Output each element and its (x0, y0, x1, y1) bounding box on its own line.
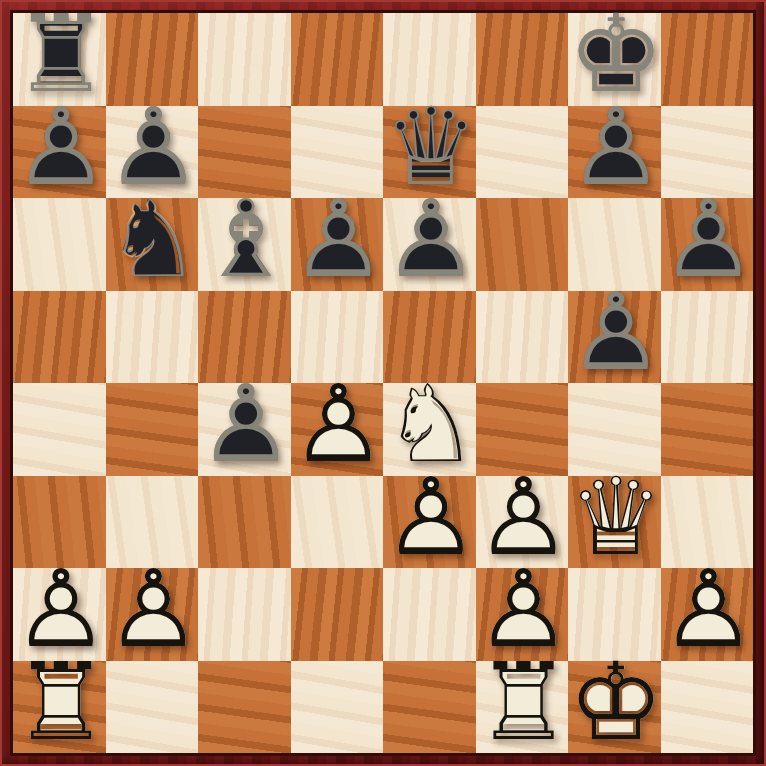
square-c5[interactable] (198, 291, 291, 384)
square-c7[interactable] (198, 106, 291, 199)
square-d1[interactable] (291, 661, 384, 754)
piece-glyph-outline: ♙ (476, 464, 569, 571)
square-e6[interactable]: ♟♙ (383, 198, 476, 291)
piece-glyph-outline: ♙ (198, 371, 291, 478)
square-b6[interactable]: ♞♘ (106, 198, 199, 291)
square-b7[interactable]: ♟♙ (106, 106, 199, 199)
piece-glyph-fill: ♟ (291, 186, 384, 293)
square-f7[interactable] (476, 106, 569, 199)
square-g4[interactable] (568, 383, 661, 476)
piece-glyph-outline: ♖ (13, 1, 106, 108)
piece-glyph-fill: ♞ (383, 371, 476, 478)
chess-board: ♜♖♚♔♟♙♟♙♛♕♟♙♞♘♝♗♟♙♟♙♟♙♟♙♟♙♟♙♞♘♟♙♟♙♛♕♟♙♟♙… (13, 13, 753, 753)
piece-glyph-outline: ♙ (13, 94, 106, 201)
square-e8[interactable] (383, 13, 476, 106)
piece-white-pawn[interactable]: ♟♙ (476, 568, 569, 661)
square-f4[interactable] (476, 383, 569, 476)
square-g1[interactable]: ♚♔ (568, 661, 661, 754)
piece-glyph-outline: ♙ (661, 556, 754, 663)
square-c4[interactable]: ♟♙ (198, 383, 291, 476)
square-f8[interactable] (476, 13, 569, 106)
square-a8[interactable]: ♜♖ (13, 13, 106, 106)
square-f5[interactable] (476, 291, 569, 384)
square-c8[interactable] (198, 13, 291, 106)
square-d5[interactable] (291, 291, 384, 384)
piece-white-queen[interactable]: ♛♕ (568, 476, 661, 569)
piece-glyph-fill: ♟ (106, 556, 199, 663)
piece-glyph-outline: ♔ (568, 649, 661, 756)
piece-glyph-outline: ♙ (106, 556, 199, 663)
piece-glyph-outline: ♙ (661, 186, 754, 293)
square-d7[interactable] (291, 106, 384, 199)
piece-glyph-fill: ♟ (383, 186, 476, 293)
piece-glyph-fill: ♜ (13, 649, 106, 756)
piece-glyph-fill: ♞ (106, 186, 199, 293)
square-e7[interactable]: ♛♕ (383, 106, 476, 199)
piece-glyph-fill: ♟ (661, 186, 754, 293)
piece-black-pawn[interactable]: ♟♙ (383, 198, 476, 291)
square-h7[interactable] (661, 106, 754, 199)
square-g6[interactable] (568, 198, 661, 291)
piece-black-pawn[interactable]: ♟♙ (568, 106, 661, 199)
piece-glyph-fill: ♜ (476, 649, 569, 756)
square-g8[interactable]: ♚♔ (568, 13, 661, 106)
piece-glyph-outline: ♙ (568, 94, 661, 201)
piece-black-pawn[interactable]: ♟♙ (106, 106, 199, 199)
square-a5[interactable] (13, 291, 106, 384)
piece-glyph-fill: ♛ (383, 94, 476, 201)
piece-glyph-outline: ♙ (383, 464, 476, 571)
piece-black-knight[interactable]: ♞♘ (106, 198, 199, 291)
square-f3[interactable]: ♟♙ (476, 476, 569, 569)
piece-black-pawn[interactable]: ♟♙ (198, 383, 291, 476)
piece-glyph-outline: ♕ (568, 464, 661, 571)
square-a4[interactable] (13, 383, 106, 476)
square-a1[interactable]: ♜♖ (13, 661, 106, 754)
piece-glyph-fill: ♟ (476, 464, 569, 571)
piece-glyph-outline: ♙ (13, 556, 106, 663)
square-e2[interactable] (383, 568, 476, 661)
piece-glyph-fill: ♟ (13, 556, 106, 663)
piece-glyph-fill: ♜ (13, 1, 106, 108)
piece-black-pawn[interactable]: ♟♙ (661, 198, 754, 291)
square-b1[interactable] (106, 661, 199, 754)
square-d2[interactable] (291, 568, 384, 661)
piece-glyph-outline: ♙ (476, 556, 569, 663)
piece-black-pawn[interactable]: ♟♙ (568, 291, 661, 384)
piece-glyph-fill: ♟ (661, 556, 754, 663)
piece-black-king[interactable]: ♚♔ (568, 13, 661, 106)
square-h1[interactable] (661, 661, 754, 754)
piece-white-pawn[interactable]: ♟♙ (13, 568, 106, 661)
square-b8[interactable] (106, 13, 199, 106)
square-e5[interactable] (383, 291, 476, 384)
piece-white-rook[interactable]: ♜♖ (13, 661, 106, 754)
square-h4[interactable] (661, 383, 754, 476)
piece-glyph-outline: ♙ (106, 94, 199, 201)
piece-white-pawn[interactable]: ♟♙ (476, 476, 569, 569)
piece-glyph-outline: ♘ (106, 186, 199, 293)
piece-glyph-fill: ♟ (13, 94, 106, 201)
piece-white-pawn[interactable]: ♟♙ (661, 568, 754, 661)
piece-glyph-fill: ♚ (568, 649, 661, 756)
square-h2[interactable]: ♟♙ (661, 568, 754, 661)
square-a7[interactable]: ♟♙ (13, 106, 106, 199)
piece-black-pawn[interactable]: ♟♙ (291, 198, 384, 291)
square-h6[interactable]: ♟♙ (661, 198, 754, 291)
piece-black-pawn[interactable]: ♟♙ (13, 106, 106, 199)
piece-glyph-fill: ♝ (198, 186, 291, 293)
piece-glyph-outline: ♖ (476, 649, 569, 756)
piece-white-pawn[interactable]: ♟♙ (106, 568, 199, 661)
piece-glyph-fill: ♟ (198, 371, 291, 478)
piece-white-pawn[interactable]: ♟♙ (291, 383, 384, 476)
piece-white-knight[interactable]: ♞♘ (383, 383, 476, 476)
square-d4[interactable]: ♟♙ (291, 383, 384, 476)
square-g5[interactable]: ♟♙ (568, 291, 661, 384)
square-g2[interactable] (568, 568, 661, 661)
piece-glyph-fill: ♟ (383, 464, 476, 571)
piece-glyph-fill: ♟ (106, 94, 199, 201)
piece-glyph-fill: ♟ (568, 94, 661, 201)
piece-glyph-outline: ♙ (291, 186, 384, 293)
square-a6[interactable] (13, 198, 106, 291)
square-h3[interactable] (661, 476, 754, 569)
square-h8[interactable] (661, 13, 754, 106)
square-b2[interactable]: ♟♙ (106, 568, 199, 661)
piece-glyph-fill: ♟ (476, 556, 569, 663)
square-f2[interactable]: ♟♙ (476, 568, 569, 661)
piece-glyph-outline: ♙ (383, 186, 476, 293)
piece-black-queen[interactable]: ♛♕ (383, 106, 476, 199)
square-c1[interactable] (198, 661, 291, 754)
square-e4[interactable]: ♞♘ (383, 383, 476, 476)
piece-glyph-fill: ♚ (568, 1, 661, 108)
square-c3[interactable] (198, 476, 291, 569)
piece-white-pawn[interactable]: ♟♙ (383, 476, 476, 569)
piece-glyph-fill: ♛ (568, 464, 661, 571)
piece-black-bishop[interactable]: ♝♗ (198, 198, 291, 291)
square-d6[interactable]: ♟♙ (291, 198, 384, 291)
piece-glyph-outline: ♙ (291, 371, 384, 478)
square-h5[interactable] (661, 291, 754, 384)
square-f1[interactable]: ♜♖ (476, 661, 569, 754)
square-d8[interactable] (291, 13, 384, 106)
piece-glyph-outline: ♘ (383, 371, 476, 478)
square-c6[interactable]: ♝♗ (198, 198, 291, 291)
square-a3[interactable] (13, 476, 106, 569)
piece-glyph-outline: ♖ (13, 649, 106, 756)
piece-glyph-outline: ♕ (383, 94, 476, 201)
square-d3[interactable] (291, 476, 384, 569)
square-e3[interactable]: ♟♙ (383, 476, 476, 569)
piece-white-king[interactable]: ♚♔ (568, 661, 661, 754)
piece-glyph-outline: ♔ (568, 1, 661, 108)
square-g7[interactable]: ♟♙ (568, 106, 661, 199)
board-frame: ♜♖♚♔♟♙♟♙♛♕♟♙♞♘♝♗♟♙♟♙♟♙♟♙♟♙♟♙♞♘♟♙♟♙♛♕♟♙♟♙… (0, 0, 766, 766)
piece-glyph-outline: ♙ (568, 279, 661, 386)
square-c2[interactable] (198, 568, 291, 661)
square-b5[interactable] (106, 291, 199, 384)
square-f6[interactable] (476, 198, 569, 291)
square-b3[interactable] (106, 476, 199, 569)
square-e1[interactable] (383, 661, 476, 754)
square-a2[interactable]: ♟♙ (13, 568, 106, 661)
piece-white-rook[interactable]: ♜♖ (476, 661, 569, 754)
square-g3[interactable]: ♛♕ (568, 476, 661, 569)
piece-glyph-fill: ♟ (568, 279, 661, 386)
piece-glyph-outline: ♗ (198, 186, 291, 293)
piece-black-rook[interactable]: ♜♖ (13, 13, 106, 106)
piece-glyph-fill: ♟ (291, 371, 384, 478)
square-b4[interactable] (106, 383, 199, 476)
